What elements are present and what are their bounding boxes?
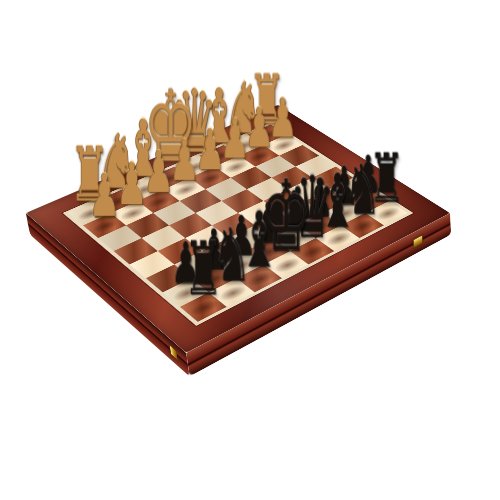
piece-black-rook[interactable]: ♜ [180,292,227,321]
piece-glyph: ♜ [175,233,232,307]
brass-clasp-front [413,235,423,248]
screenshot-root: ♜♞♝♛♚♝♞♜♟♟♟♟♟♟♟♟♟♟♟♟♟♟♟♟♜♞♝♛♚♝♞♜ [0,0,500,500]
chess-set: ♜♞♝♛♚♝♞♜♟♟♟♟♟♟♟♟♟♟♟♟♟♟♟♟♜♞♝♛♚♝♞♜ [26,105,450,353]
piece-white-pawn[interactable]: ♟ [83,212,126,237]
piece-glyph: ♟ [78,166,130,225]
scene: ♜♞♝♛♚♝♞♜♟♟♟♟♟♟♟♟♟♟♟♟♟♟♟♟♜♞♝♛♚♝♞♜ [0,0,500,500]
brass-clasp-left [169,344,178,360]
